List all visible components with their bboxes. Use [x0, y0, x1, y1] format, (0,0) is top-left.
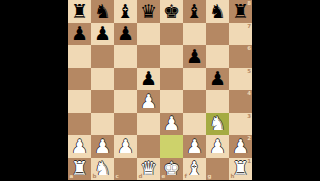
square-b5[interactable] [91, 68, 114, 91]
rank-label-1: 1 [247, 159, 251, 165]
chess-board[interactable]: ♜♞♝♛♚♝♞♜8♟♟♟7♟6♟♟5♟4♟♞3♟♟♟♟♟♟2♜a♞bc♛d♚e♝… [68, 0, 252, 180]
white-king-piece[interactable]: ♚ [163, 159, 180, 178]
square-c8[interactable]: ♝ [114, 0, 137, 23]
square-b6[interactable] [91, 45, 114, 68]
square-e7[interactable] [160, 23, 183, 46]
square-h3[interactable]: 3 [229, 113, 252, 136]
square-h2[interactable]: ♟2 [229, 135, 252, 158]
file-label-a: a [70, 174, 74, 180]
file-label-h: h [231, 174, 235, 180]
square-h7[interactable]: 7 [229, 23, 252, 46]
white-pawn-piece[interactable]: ♟ [163, 114, 180, 133]
square-c5[interactable] [114, 68, 137, 91]
square-d3[interactable] [137, 113, 160, 136]
square-f5[interactable] [183, 68, 206, 91]
square-b4[interactable] [91, 90, 114, 113]
black-pawn-piece[interactable]: ♟ [140, 69, 157, 88]
square-b3[interactable] [91, 113, 114, 136]
square-g2[interactable]: ♟ [206, 135, 229, 158]
white-rook-piece[interactable]: ♜ [71, 159, 88, 178]
white-pawn-piece[interactable]: ♟ [209, 136, 226, 155]
black-bishop-piece[interactable]: ♝ [186, 1, 203, 20]
square-a2[interactable]: ♟ [68, 135, 91, 158]
black-queen-piece[interactable]: ♛ [140, 1, 157, 20]
black-pawn-piece[interactable]: ♟ [209, 69, 226, 88]
square-h6[interactable]: 6 [229, 45, 252, 68]
black-knight-piece[interactable]: ♞ [209, 1, 226, 20]
square-e2[interactable] [160, 135, 183, 158]
black-pawn-piece[interactable]: ♟ [186, 46, 203, 65]
black-pawn-piece[interactable]: ♟ [71, 24, 88, 43]
white-knight-piece[interactable]: ♞ [94, 159, 111, 178]
white-bishop-piece[interactable]: ♝ [186, 159, 203, 178]
rank-label-4: 4 [247, 91, 251, 97]
square-g3[interactable]: ♞ [206, 113, 229, 136]
black-knight-piece[interactable]: ♞ [94, 1, 111, 20]
rank-label-5: 5 [247, 69, 251, 75]
square-a6[interactable] [68, 45, 91, 68]
white-pawn-piece[interactable]: ♟ [140, 91, 157, 110]
white-queen-piece[interactable]: ♛ [140, 159, 157, 178]
square-d6[interactable] [137, 45, 160, 68]
square-c7[interactable]: ♟ [114, 23, 137, 46]
rank-label-8: 8 [247, 1, 251, 7]
square-f4[interactable] [183, 90, 206, 113]
square-c3[interactable] [114, 113, 137, 136]
black-pawn-piece[interactable]: ♟ [94, 24, 111, 43]
black-bishop-piece[interactable]: ♝ [117, 1, 134, 20]
black-rook-piece[interactable]: ♜ [71, 1, 88, 20]
square-d7[interactable] [137, 23, 160, 46]
white-pawn-piece[interactable]: ♟ [71, 136, 88, 155]
square-a4[interactable] [68, 90, 91, 113]
square-b8[interactable]: ♞ [91, 0, 114, 23]
square-f7[interactable] [183, 23, 206, 46]
square-b1[interactable]: ♞b [91, 158, 114, 181]
black-king-piece[interactable]: ♚ [163, 1, 180, 20]
square-d1[interactable]: ♛d [137, 158, 160, 181]
square-e3[interactable]: ♟ [160, 113, 183, 136]
file-label-d: d [139, 174, 143, 180]
square-a7[interactable]: ♟ [68, 23, 91, 46]
square-c2[interactable]: ♟ [114, 135, 137, 158]
square-f1[interactable]: ♝f [183, 158, 206, 181]
square-f3[interactable] [183, 113, 206, 136]
white-knight-piece[interactable]: ♞ [209, 114, 226, 133]
square-g6[interactable] [206, 45, 229, 68]
square-h4[interactable]: 4 [229, 90, 252, 113]
square-f2[interactable]: ♟ [183, 135, 206, 158]
rank-label-3: 3 [247, 114, 251, 120]
rank-label-2: 2 [247, 136, 251, 142]
file-label-f: f [185, 174, 187, 180]
square-d4[interactable]: ♟ [137, 90, 160, 113]
rank-label-7: 7 [247, 24, 251, 30]
white-pawn-piece[interactable]: ♟ [94, 136, 111, 155]
square-b7[interactable]: ♟ [91, 23, 114, 46]
square-a1[interactable]: ♜a [68, 158, 91, 181]
square-e4[interactable] [160, 90, 183, 113]
square-e5[interactable] [160, 68, 183, 91]
square-g7[interactable] [206, 23, 229, 46]
square-e1[interactable]: ♚e [160, 158, 183, 181]
white-pawn-piece[interactable]: ♟ [117, 136, 134, 155]
square-g8[interactable]: ♞ [206, 0, 229, 23]
square-h8[interactable]: ♜8 [229, 0, 252, 23]
square-h1[interactable]: ♜1h [229, 158, 252, 181]
square-d2[interactable] [137, 135, 160, 158]
file-label-b: b [93, 174, 97, 180]
square-b2[interactable]: ♟ [91, 135, 114, 158]
square-a3[interactable] [68, 113, 91, 136]
black-pawn-piece[interactable]: ♟ [117, 24, 134, 43]
square-f8[interactable]: ♝ [183, 0, 206, 23]
square-g1[interactable]: g [206, 158, 229, 181]
square-a5[interactable] [68, 68, 91, 91]
square-d8[interactable]: ♛ [137, 0, 160, 23]
square-h5[interactable]: 5 [229, 68, 252, 91]
file-label-g: g [208, 174, 212, 180]
square-e8[interactable]: ♚ [160, 0, 183, 23]
square-c4[interactable] [114, 90, 137, 113]
white-pawn-piece[interactable]: ♟ [186, 136, 203, 155]
square-e6[interactable] [160, 45, 183, 68]
square-a8[interactable]: ♜ [68, 0, 91, 23]
file-label-e: e [162, 174, 166, 180]
square-f6[interactable]: ♟ [183, 45, 206, 68]
rank-label-6: 6 [247, 46, 251, 52]
square-g4[interactable] [206, 90, 229, 113]
square-c6[interactable] [114, 45, 137, 68]
square-g5[interactable]: ♟ [206, 68, 229, 91]
square-c1[interactable]: c [114, 158, 137, 181]
video-frame: ♜♞♝♛♚♝♞♜8♟♟♟7♟6♟♟5♟4♟♞3♟♟♟♟♟♟2♜a♞bc♛d♚e♝… [0, 0, 320, 180]
square-d5[interactable]: ♟ [137, 68, 160, 91]
file-label-c: c [116, 174, 119, 180]
